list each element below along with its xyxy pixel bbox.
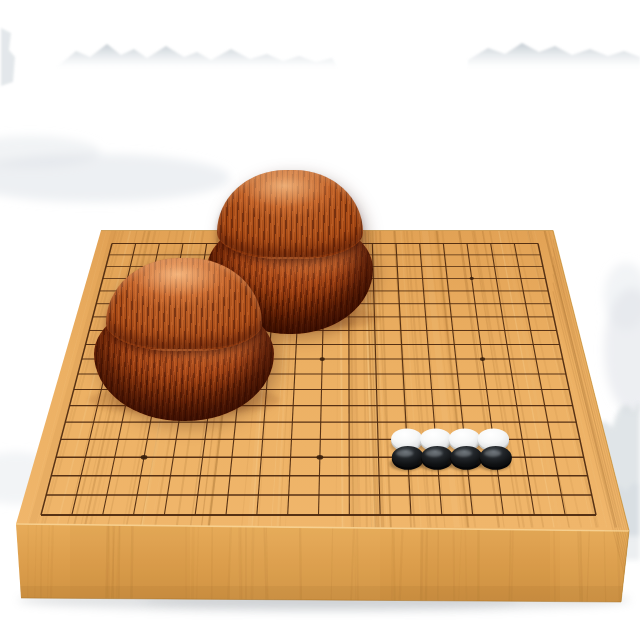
star-point: [470, 277, 474, 280]
star-point: [317, 455, 324, 460]
go-stone-bowl-front: [94, 258, 274, 421]
star-point: [141, 455, 148, 460]
star-point: [480, 357, 485, 361]
mountain-mark-far-left: [1, 28, 15, 86]
go-set-product-photo: [0, 0, 640, 640]
bowl-front-lid: [106, 258, 262, 351]
mountain-ridge-top-right: [468, 43, 640, 68]
mountain-ridge-top-left: [58, 44, 338, 68]
star-point: [320, 357, 325, 361]
board-grain-front: [10, 520, 640, 605]
bowl-back-lid: [217, 170, 363, 259]
